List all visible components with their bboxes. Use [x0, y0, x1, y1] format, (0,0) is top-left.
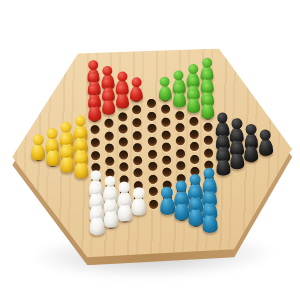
peg-head — [103, 78, 113, 88]
peg-head — [118, 182, 130, 194]
board-hole[interactable] — [176, 161, 185, 170]
peg-head — [190, 186, 202, 198]
peg-body — [74, 161, 89, 178]
peg-head — [117, 84, 127, 94]
peg-head — [88, 60, 98, 70]
peg-head — [231, 118, 242, 129]
peg-head — [202, 70, 212, 80]
peg-blue[interactable] — [174, 193, 189, 221]
peg-head — [232, 143, 243, 154]
peg-head — [133, 187, 145, 199]
peg-head — [61, 122, 72, 133]
board-hole[interactable] — [104, 131, 113, 140]
peg-black[interactable] — [216, 149, 231, 176]
peg-body — [158, 85, 171, 101]
board-hole[interactable] — [132, 106, 141, 115]
peg-body — [216, 158, 231, 175]
board-hole[interactable] — [162, 143, 171, 152]
peg-blue[interactable] — [188, 198, 204, 226]
chinese-checkers-set — [0, 0, 300, 300]
peg-body — [203, 214, 218, 233]
peg-black[interactable] — [230, 142, 245, 168]
caption: Wooden hexagonal Chinese Checkers board … — [0, 0, 1, 1]
peg-white[interactable] — [89, 207, 105, 235]
peg-body — [230, 152, 244, 169]
board-hole[interactable] — [147, 149, 156, 158]
board-hole[interactable] — [149, 200, 158, 209]
board-hole[interactable] — [133, 156, 142, 165]
peg-head — [188, 88, 199, 99]
board-hole[interactable] — [204, 136, 213, 145]
peg-head — [119, 194, 131, 206]
peg-body — [174, 202, 189, 220]
peg-red[interactable] — [102, 90, 116, 115]
board-hole[interactable] — [105, 157, 114, 166]
peg-body — [103, 210, 118, 229]
peg-head — [175, 180, 187, 192]
peg-head — [160, 77, 170, 87]
board-hole[interactable] — [161, 130, 170, 139]
board-hole[interactable] — [148, 162, 157, 171]
peg-yellow[interactable] — [31, 134, 45, 160]
peg-body — [130, 86, 143, 102]
board-hole[interactable] — [204, 148, 213, 157]
board-hole[interactable] — [162, 155, 171, 164]
peg-head — [117, 72, 127, 82]
peg-green[interactable] — [201, 94, 215, 119]
peg-head — [246, 136, 257, 147]
board-hole[interactable] — [134, 169, 143, 178]
peg-head — [190, 198, 202, 210]
peg-body — [187, 97, 200, 113]
board-hole[interactable] — [90, 125, 99, 134]
board-hole[interactable] — [148, 175, 157, 184]
board-hole[interactable] — [176, 136, 185, 145]
peg-red[interactable] — [87, 97, 101, 122]
board-hole[interactable] — [175, 111, 184, 120]
peg-head — [175, 193, 187, 205]
peg-head — [90, 194, 102, 206]
peg-white[interactable] — [103, 200, 119, 228]
peg-head — [75, 127, 86, 138]
board-hole[interactable] — [90, 138, 99, 147]
peg-red[interactable] — [130, 77, 143, 101]
peg-head — [231, 130, 242, 141]
board-hole[interactable] — [189, 117, 198, 126]
board-hole[interactable] — [146, 99, 155, 108]
peg-body — [160, 196, 175, 214]
peg-green[interactable] — [158, 77, 171, 101]
peg-head — [204, 180, 216, 192]
peg-green[interactable] — [187, 88, 201, 113]
board-hole[interactable] — [147, 137, 156, 146]
peg-head — [105, 200, 117, 212]
board-hole[interactable] — [190, 155, 199, 164]
peg-head — [217, 149, 228, 160]
peg-head — [89, 84, 99, 94]
board-hole[interactable] — [91, 151, 100, 160]
peg-body — [201, 103, 215, 119]
board-hole[interactable] — [133, 131, 142, 140]
board-hole[interactable] — [147, 112, 156, 121]
peg-body — [244, 145, 258, 162]
peg-black[interactable] — [258, 130, 272, 156]
peg-body — [188, 208, 203, 227]
peg-white[interactable] — [117, 194, 132, 222]
board-hole[interactable] — [147, 124, 156, 133]
peg-head — [75, 152, 86, 163]
board-hole[interactable] — [119, 150, 128, 159]
peg-head — [245, 124, 256, 135]
peg-body — [131, 197, 146, 215]
peg-head — [204, 204, 216, 216]
peg-head — [131, 77, 141, 87]
peg-black[interactable] — [244, 136, 258, 162]
peg-head — [90, 170, 102, 182]
peg-body — [173, 91, 186, 107]
board-hole[interactable] — [175, 124, 184, 133]
peg-head — [202, 94, 213, 105]
peg-body — [102, 99, 115, 115]
peg-head — [61, 146, 72, 157]
peg-body — [60, 155, 74, 172]
peg-body — [258, 139, 272, 156]
board-hole[interactable] — [133, 118, 142, 127]
board-hole[interactable] — [190, 142, 199, 151]
peg-blue[interactable] — [160, 187, 175, 215]
peg-yellow[interactable] — [74, 152, 89, 179]
peg-head — [217, 125, 228, 136]
peg-green[interactable] — [172, 83, 186, 107]
peg-yellow[interactable] — [45, 140, 59, 166]
board-hole[interactable] — [162, 168, 171, 177]
peg-white[interactable] — [131, 187, 146, 215]
peg-head — [75, 115, 86, 126]
board-hole[interactable] — [119, 137, 128, 146]
board-hole[interactable] — [204, 123, 213, 132]
peg-body — [46, 149, 60, 166]
board-hole[interactable] — [105, 144, 114, 153]
peg-body — [117, 203, 132, 221]
peg-yellow[interactable] — [60, 146, 75, 172]
peg-head — [188, 64, 198, 74]
peg-head — [103, 90, 114, 101]
peg-head — [203, 168, 215, 180]
board-hole[interactable] — [161, 118, 170, 127]
peg-head — [188, 76, 198, 86]
peg-body — [31, 143, 45, 160]
peg-head — [90, 182, 102, 194]
peg-head — [217, 112, 228, 123]
peg-head — [204, 192, 216, 204]
peg-head — [161, 187, 173, 199]
peg-head — [75, 140, 86, 151]
peg-head — [104, 188, 116, 200]
board-hole[interactable] — [104, 119, 113, 128]
peg-body — [88, 105, 102, 121]
board-hole[interactable] — [148, 187, 157, 196]
peg-red[interactable] — [116, 84, 130, 108]
board-hole[interactable] — [190, 130, 199, 139]
peg-head — [202, 58, 212, 68]
board-hole[interactable] — [133, 143, 142, 152]
peg-head — [174, 83, 184, 93]
peg-blue[interactable] — [202, 204, 218, 232]
board-hole[interactable] — [176, 149, 185, 158]
board-hole[interactable] — [119, 125, 128, 134]
peg-body — [89, 216, 104, 235]
board-hole[interactable] — [118, 112, 127, 121]
board-hole[interactable] — [119, 163, 128, 172]
peg-head — [202, 82, 212, 92]
board-hole[interactable] — [161, 105, 170, 114]
peg-body — [116, 92, 129, 108]
peg-head — [33, 134, 44, 145]
peg-head — [47, 128, 58, 139]
